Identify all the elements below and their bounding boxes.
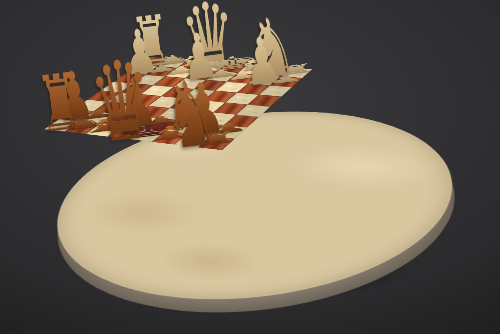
red-knight[interactable]: ♞ bbox=[159, 66, 221, 163]
chess-grid: ♜♞♝♛♚♝♞♜♟♟♟♟♟♟♟♟♟♟♟♟♟♟♟♟♜♞♝♛♚♝♞♜ bbox=[44, 57, 312, 151]
scene: ♜♞♝♛♚♝♞♜♟♟♟♟♟♟♟♟♟♟♟♟♟♟♟♟♜♞♝♛♚♝♞♜ bbox=[0, 0, 500, 334]
